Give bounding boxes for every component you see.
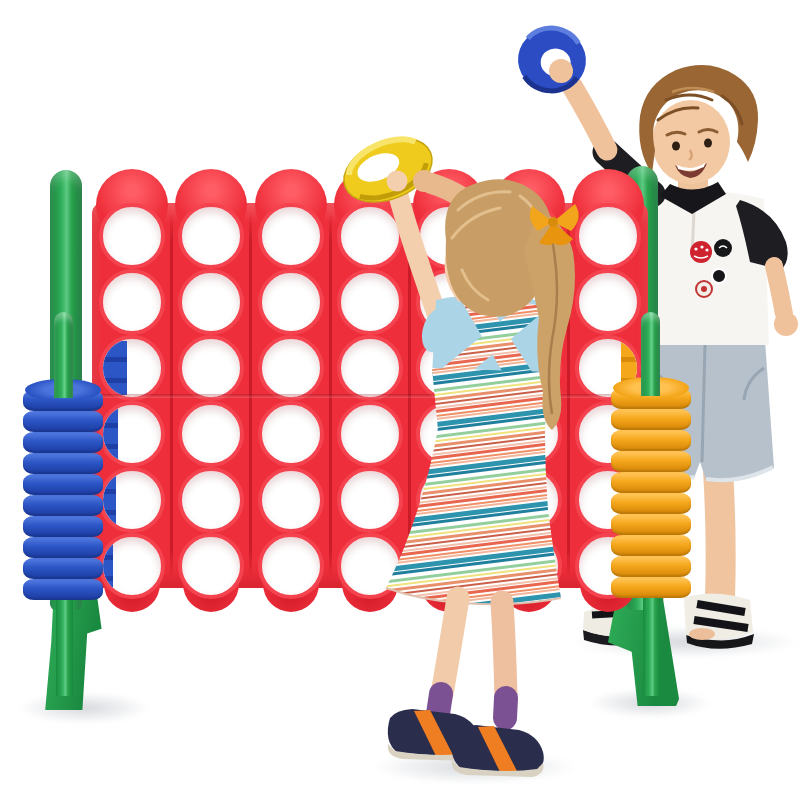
girl-right-sock bbox=[505, 698, 506, 718]
yellow-disc-held bbox=[334, 126, 441, 214]
girl-left-sock bbox=[438, 694, 441, 714]
girl-right-shoe bbox=[452, 725, 544, 777]
girl-right-hand bbox=[413, 170, 435, 192]
girl-left-arm bbox=[396, 186, 438, 318]
girl-left-hand bbox=[387, 171, 408, 192]
girl-left-leg bbox=[442, 598, 458, 694]
girl-figure bbox=[0, 0, 800, 800]
girl-right-leg bbox=[502, 602, 506, 698]
scene bbox=[0, 0, 800, 800]
